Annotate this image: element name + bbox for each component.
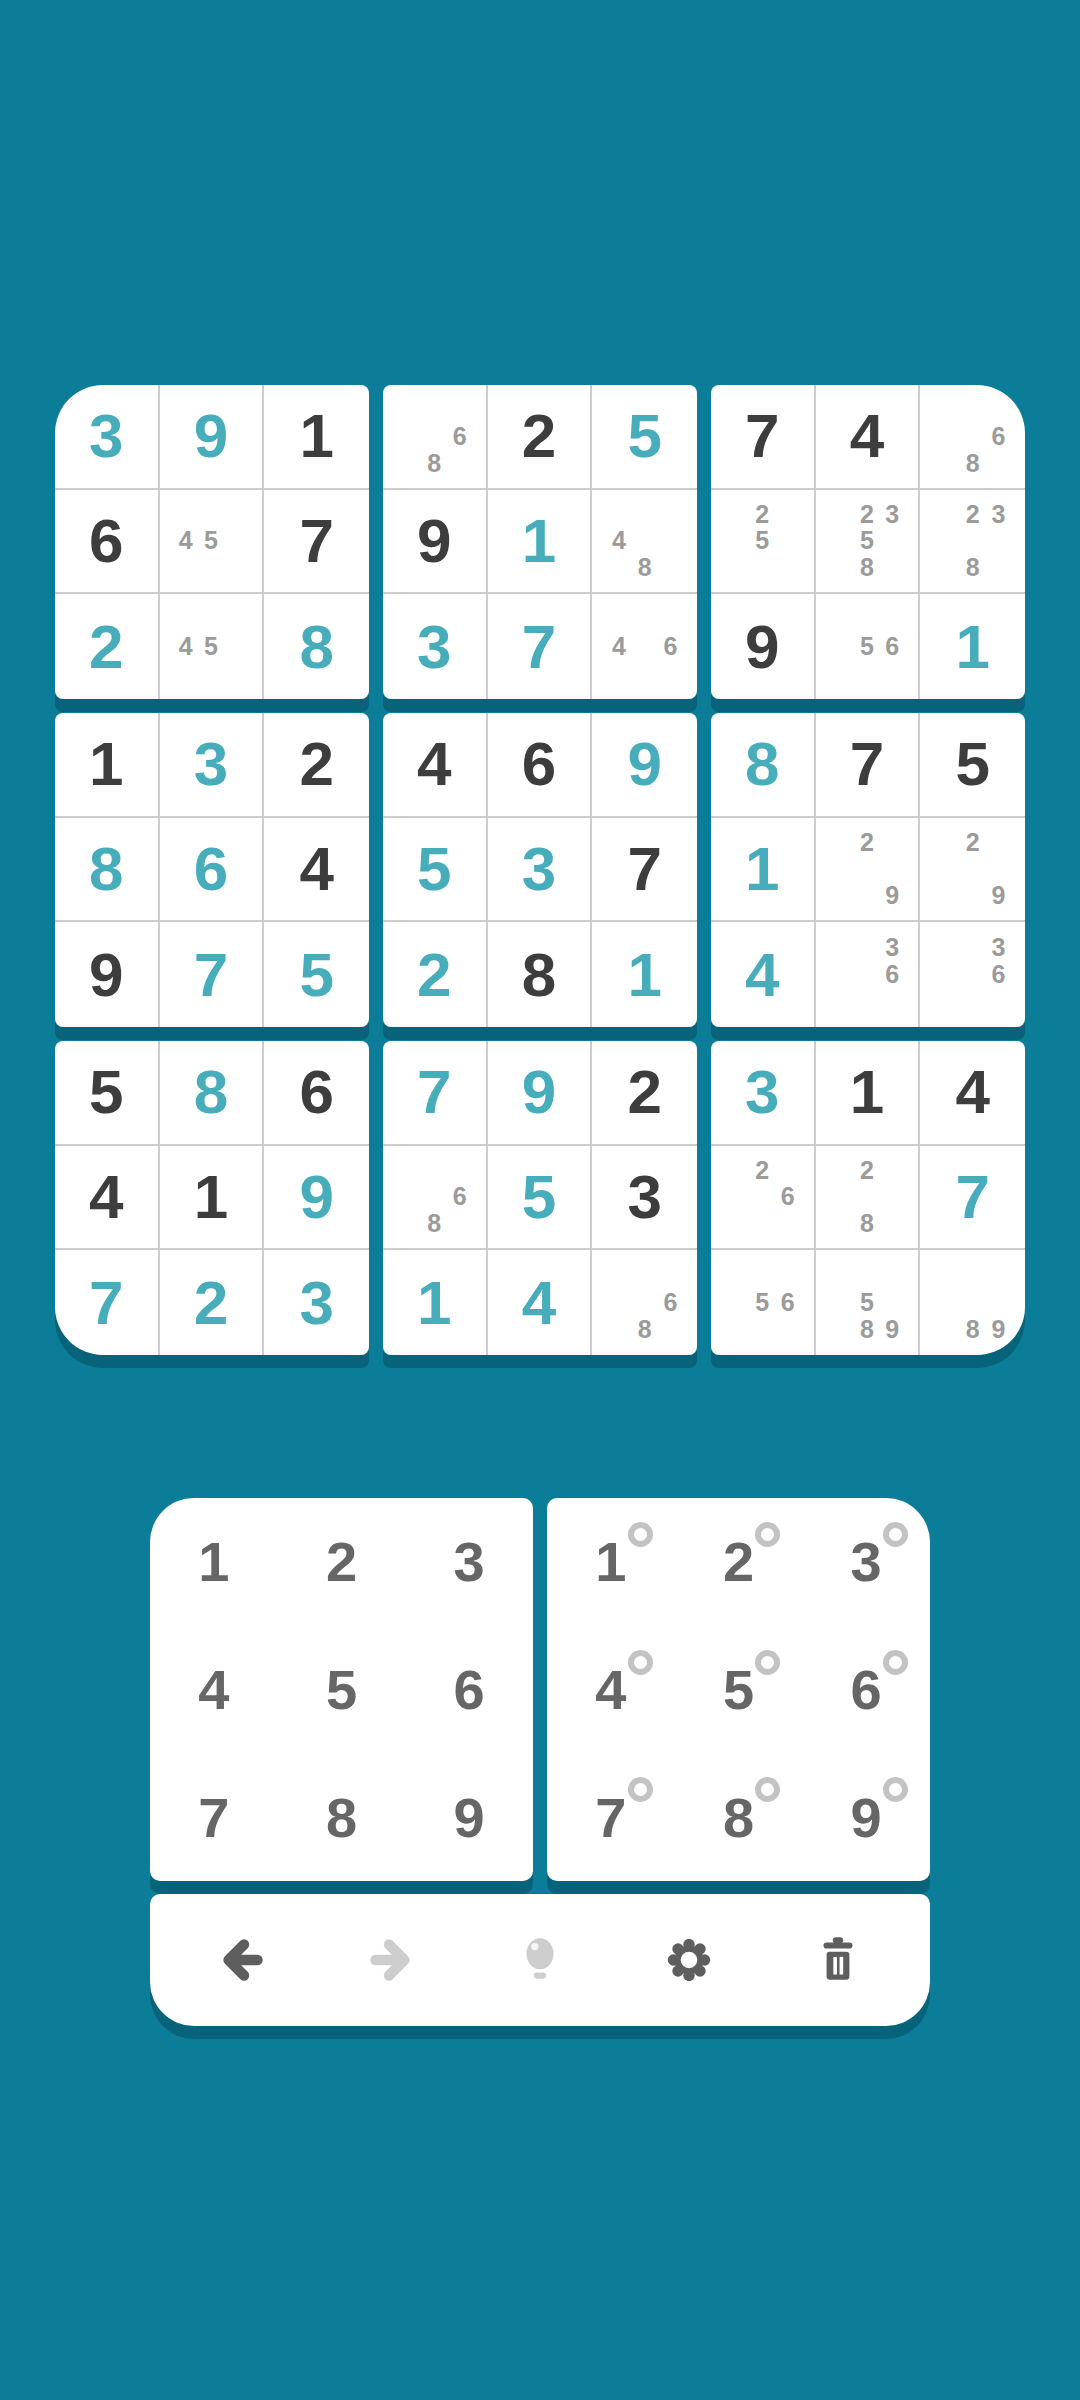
note-digit: 8 xyxy=(632,554,658,581)
note-ring-icon xyxy=(628,1650,653,1675)
cell-r6c9[interactable]: 36 xyxy=(920,922,1025,1027)
pencil-notes: 25 xyxy=(724,501,800,581)
pencil-notes: 56 xyxy=(724,1262,800,1344)
note-key-4[interactable]: 4 xyxy=(547,1626,675,1754)
note-key-digit: 8 xyxy=(723,1785,754,1850)
user-digit: 7 xyxy=(194,944,228,1006)
board-block: 469537281 xyxy=(383,713,697,1027)
given-digit: 2 xyxy=(627,1061,661,1123)
note-digit: 9 xyxy=(880,882,905,909)
cell-r8c9[interactable]: 7 xyxy=(920,1146,1025,1251)
cell-r3c1[interactable]: 2 xyxy=(55,594,160,699)
toolbar xyxy=(150,1894,930,2026)
given-digit: 3 xyxy=(627,1166,661,1228)
key-5[interactable]: 5 xyxy=(278,1626,406,1754)
given-digit: 7 xyxy=(299,510,333,572)
board-block: 586419723 xyxy=(55,1041,369,1355)
cell-r7c4[interactable]: 7 xyxy=(383,1041,488,1146)
note-digit: 8 xyxy=(960,554,986,581)
cell-r9c6[interactable]: 68 xyxy=(592,1250,697,1355)
user-digit: 4 xyxy=(522,1272,556,1334)
note-key-2[interactable]: 2 xyxy=(675,1498,803,1626)
cell-r4c3[interactable]: 2 xyxy=(264,713,369,818)
given-digit: 9 xyxy=(89,944,123,1006)
user-digit: 1 xyxy=(955,616,989,678)
note-key-digit: 5 xyxy=(723,1657,754,1722)
cell-r1c7[interactable]: 7 xyxy=(711,385,816,490)
cell-r8c7[interactable]: 26 xyxy=(711,1146,816,1251)
given-digit: 2 xyxy=(299,733,333,795)
cell-r4c2[interactable]: 3 xyxy=(160,713,265,818)
cell-r2c6[interactable]: 48 xyxy=(592,490,697,595)
given-digit: 4 xyxy=(955,1061,989,1123)
cell-r5c3[interactable]: 4 xyxy=(264,818,369,923)
user-digit: 7 xyxy=(417,1061,451,1123)
redo-button[interactable] xyxy=(362,1931,420,1989)
given-digit: 6 xyxy=(522,733,556,795)
note-digit: 8 xyxy=(854,1316,879,1343)
note-digit: 9 xyxy=(986,1316,1012,1343)
cell-r7c7[interactable]: 3 xyxy=(711,1041,816,1146)
cell-r2c8[interactable]: 2358 xyxy=(816,490,921,595)
board-block: 682591483746 xyxy=(383,385,697,699)
pencil-notes: 68 xyxy=(396,1157,472,1237)
key-2[interactable]: 2 xyxy=(278,1498,406,1626)
cell-r7c8[interactable]: 1 xyxy=(816,1041,921,1146)
cell-r7c6[interactable]: 2 xyxy=(592,1041,697,1146)
user-digit: 7 xyxy=(89,1272,123,1334)
note-key-digit: 2 xyxy=(723,1529,754,1594)
note-ring-icon xyxy=(755,1777,780,1802)
cell-r1c8[interactable]: 4 xyxy=(816,385,921,490)
note-key-5[interactable]: 5 xyxy=(675,1626,803,1754)
key-7[interactable]: 7 xyxy=(150,1753,278,1881)
delete-button[interactable] xyxy=(809,1931,867,1989)
note-digit: 4 xyxy=(606,528,632,555)
cell-r3c5[interactable]: 7 xyxy=(488,594,593,699)
note-digit: 8 xyxy=(632,1316,658,1343)
pencil-notes: 2358 xyxy=(829,501,905,581)
note-digit: 3 xyxy=(880,501,905,528)
user-digit: 1 xyxy=(745,838,779,900)
note-digit: 2 xyxy=(854,1157,879,1184)
pencil-notes: 589 xyxy=(829,1262,905,1344)
note-digit: 5 xyxy=(750,528,775,555)
cell-r8c1[interactable]: 4 xyxy=(55,1146,160,1251)
note-key-8[interactable]: 8 xyxy=(675,1753,803,1881)
cell-r4c6[interactable]: 9 xyxy=(592,713,697,818)
user-digit: 9 xyxy=(194,405,228,467)
note-ring-icon xyxy=(628,1777,653,1802)
note-digit: 6 xyxy=(447,1184,472,1211)
cell-r2c7[interactable]: 25 xyxy=(711,490,816,595)
cell-r4c4[interactable]: 4 xyxy=(383,713,488,818)
cell-r1c5[interactable]: 2 xyxy=(488,385,593,490)
cell-r7c5[interactable]: 9 xyxy=(488,1041,593,1146)
given-digit: 7 xyxy=(745,405,779,467)
undo-icon xyxy=(213,1931,271,1989)
cell-r8c5[interactable]: 5 xyxy=(488,1146,593,1251)
user-digit: 3 xyxy=(417,616,451,678)
given-digit: 5 xyxy=(89,1061,123,1123)
note-digit: 5 xyxy=(854,633,879,660)
settings-icon xyxy=(660,1931,718,1989)
cell-r6c4[interactable]: 2 xyxy=(383,922,488,1027)
cell-r9c4[interactable]: 1 xyxy=(383,1250,488,1355)
cell-r3c8[interactable]: 56 xyxy=(816,594,921,699)
user-digit: 9 xyxy=(522,1061,556,1123)
user-digit: 3 xyxy=(522,838,556,900)
cell-r7c9[interactable]: 4 xyxy=(920,1041,1025,1146)
cell-r3c9[interactable]: 1 xyxy=(920,594,1025,699)
board-block: 8751292943636 xyxy=(711,713,1025,1027)
cell-r3c3[interactable]: 8 xyxy=(264,594,369,699)
note-digit: 3 xyxy=(986,501,1012,528)
note-digit: 4 xyxy=(606,633,632,660)
given-digit: 7 xyxy=(850,733,884,795)
note-digit: 5 xyxy=(854,528,879,555)
redo-icon xyxy=(362,1931,420,1989)
given-digit: 4 xyxy=(299,838,333,900)
pencil-notes: 36 xyxy=(934,934,1011,1016)
note-digit: 5 xyxy=(854,1289,879,1316)
note-digit: 5 xyxy=(198,633,223,660)
note-digit: 5 xyxy=(750,1289,775,1316)
cell-r9c5[interactable]: 4 xyxy=(488,1250,593,1355)
cell-r1c3[interactable]: 1 xyxy=(264,385,369,490)
note-ring-icon xyxy=(883,1777,908,1802)
keypad-notes: 123456789 xyxy=(547,1498,930,1881)
cell-r3c6[interactable]: 46 xyxy=(592,594,697,699)
pencil-notes: 68 xyxy=(396,396,472,476)
cell-r4c5[interactable]: 6 xyxy=(488,713,593,818)
cell-r6c8[interactable]: 36 xyxy=(816,922,921,1027)
given-digit: 1 xyxy=(299,405,333,467)
note-digit: 2 xyxy=(750,501,775,528)
cell-r6c5[interactable]: 8 xyxy=(488,922,593,1027)
cell-r5c9[interactable]: 29 xyxy=(920,818,1025,923)
user-digit: 7 xyxy=(522,616,556,678)
note-digit: 8 xyxy=(960,1316,986,1343)
note-key-digit: 7 xyxy=(595,1785,626,1850)
key-8[interactable]: 8 xyxy=(278,1753,406,1881)
user-digit: 9 xyxy=(627,733,661,795)
cell-r7c1[interactable]: 5 xyxy=(55,1041,160,1146)
pencil-notes: 29 xyxy=(934,829,1011,909)
given-digit: 1 xyxy=(850,1061,884,1123)
cell-r2c1[interactable]: 6 xyxy=(55,490,160,595)
note-digit: 2 xyxy=(960,829,986,856)
note-digit: 8 xyxy=(854,554,879,581)
cell-r2c5[interactable]: 1 xyxy=(488,490,593,595)
note-ring-icon xyxy=(628,1522,653,1547)
cell-r8c6[interactable]: 3 xyxy=(592,1146,697,1251)
user-digit: 8 xyxy=(745,733,779,795)
key-3[interactable]: 3 xyxy=(405,1498,533,1626)
note-digit: 6 xyxy=(986,961,1012,988)
user-digit: 3 xyxy=(89,405,123,467)
given-digit: 9 xyxy=(745,616,779,678)
note-digit: 6 xyxy=(775,1184,800,1211)
note-digit: 2 xyxy=(750,1157,775,1184)
note-digit: 6 xyxy=(658,1289,684,1316)
given-digit: 4 xyxy=(89,1166,123,1228)
user-digit: 1 xyxy=(417,1272,451,1334)
cell-r4c1[interactable]: 1 xyxy=(55,713,160,818)
user-digit: 8 xyxy=(89,838,123,900)
cell-r8c8[interactable]: 28 xyxy=(816,1146,921,1251)
user-digit: 3 xyxy=(299,1272,333,1334)
key-6[interactable]: 6 xyxy=(405,1626,533,1754)
note-digit: 9 xyxy=(986,882,1012,909)
note-digit: 2 xyxy=(854,829,879,856)
cell-r1c2[interactable]: 9 xyxy=(160,385,265,490)
hint-icon xyxy=(511,1931,569,1989)
given-digit: 2 xyxy=(522,405,556,467)
note-key-digit: 9 xyxy=(851,1785,882,1850)
given-digit: 8 xyxy=(522,944,556,1006)
cell-r9c3[interactable]: 3 xyxy=(264,1250,369,1355)
given-digit: 1 xyxy=(194,1166,228,1228)
note-key-7[interactable]: 7 xyxy=(547,1753,675,1881)
cell-r2c4[interactable]: 9 xyxy=(383,490,488,595)
cell-r5c1[interactable]: 8 xyxy=(55,818,160,923)
cell-r9c9[interactable]: 89 xyxy=(920,1250,1025,1355)
given-digit: 7 xyxy=(627,838,661,900)
pencil-notes: 68 xyxy=(606,1262,683,1344)
cell-r4c8[interactable]: 7 xyxy=(816,713,921,818)
pencil-notes: 68 xyxy=(934,396,1011,476)
cell-r4c9[interactable]: 5 xyxy=(920,713,1025,818)
board-block: 79268531468 xyxy=(383,1041,697,1355)
cell-r5c6[interactable]: 7 xyxy=(592,818,697,923)
pencil-notes: 36 xyxy=(829,934,905,1016)
cell-r3c2[interactable]: 45 xyxy=(160,594,265,699)
settings-button[interactable] xyxy=(660,1931,718,1989)
cell-r7c2[interactable]: 8 xyxy=(160,1041,265,1146)
note-digit: 6 xyxy=(658,633,684,660)
pencil-notes: 48 xyxy=(606,501,683,581)
delete-icon xyxy=(809,1931,867,1989)
pencil-notes: 89 xyxy=(934,1262,1011,1344)
cell-r6c6[interactable]: 1 xyxy=(592,922,697,1027)
board-block: 39164572458 xyxy=(55,385,369,699)
cell-r2c2[interactable]: 45 xyxy=(160,490,265,595)
cell-r6c1[interactable]: 9 xyxy=(55,922,160,1027)
user-digit: 3 xyxy=(194,733,228,795)
sudoku-board: 3916457245868259148374674682523582389561… xyxy=(55,385,1025,1355)
note-digit: 6 xyxy=(775,1289,800,1316)
pencil-notes: 56 xyxy=(829,606,905,688)
cell-r1c4[interactable]: 68 xyxy=(383,385,488,490)
user-digit: 7 xyxy=(955,1166,989,1228)
pencil-notes: 238 xyxy=(934,501,1011,581)
cell-r5c2[interactable]: 6 xyxy=(160,818,265,923)
cell-r2c3[interactable]: 7 xyxy=(264,490,369,595)
note-ring-icon xyxy=(883,1522,908,1547)
note-digit: 6 xyxy=(447,423,472,450)
note-digit: 5 xyxy=(198,528,223,555)
given-digit: 1 xyxy=(89,733,123,795)
note-digit: 4 xyxy=(173,633,198,660)
cell-r5c8[interactable]: 29 xyxy=(816,818,921,923)
given-digit: 9 xyxy=(417,510,451,572)
user-digit: 9 xyxy=(299,1166,333,1228)
cell-r3c4[interactable]: 3 xyxy=(383,594,488,699)
note-digit: 3 xyxy=(986,934,1012,961)
note-digit: 3 xyxy=(880,934,905,961)
pencil-notes: 29 xyxy=(829,829,905,909)
note-digit: 6 xyxy=(880,633,905,660)
pencil-notes: 45 xyxy=(173,501,249,581)
note-digit: 6 xyxy=(986,423,1012,450)
note-key-digit: 1 xyxy=(595,1529,626,1594)
note-digit: 2 xyxy=(854,501,879,528)
pencil-notes: 46 xyxy=(606,606,683,688)
cell-r8c2[interactable]: 1 xyxy=(160,1146,265,1251)
user-digit: 2 xyxy=(89,616,123,678)
cell-r6c7[interactable]: 4 xyxy=(711,922,816,1027)
key-4[interactable]: 4 xyxy=(150,1626,278,1754)
pencil-notes: 45 xyxy=(173,606,249,688)
note-digit: 9 xyxy=(880,1316,905,1343)
note-key-digit: 4 xyxy=(595,1657,626,1722)
note-digit: 8 xyxy=(422,1210,447,1237)
note-key-9[interactable]: 9 xyxy=(802,1753,930,1881)
key-1[interactable]: 1 xyxy=(150,1498,278,1626)
note-digit: 8 xyxy=(960,450,986,477)
user-digit: 6 xyxy=(194,838,228,900)
cell-r5c7[interactable]: 1 xyxy=(711,818,816,923)
board-block: 74682523582389561 xyxy=(711,385,1025,699)
user-digit: 5 xyxy=(299,944,333,1006)
cell-r9c1[interactable]: 7 xyxy=(55,1250,160,1355)
note-ring-icon xyxy=(883,1650,908,1675)
cell-r6c2[interactable]: 7 xyxy=(160,922,265,1027)
given-digit: 6 xyxy=(299,1061,333,1123)
note-key-digit: 3 xyxy=(851,1529,882,1594)
cell-r5c5[interactable]: 3 xyxy=(488,818,593,923)
user-digit: 8 xyxy=(299,616,333,678)
given-digit: 4 xyxy=(850,405,884,467)
cell-r4c7[interactable]: 8 xyxy=(711,713,816,818)
note-digit: 8 xyxy=(422,450,447,477)
note-key-1[interactable]: 1 xyxy=(547,1498,675,1626)
pencil-notes: 28 xyxy=(829,1157,905,1237)
note-digit: 2 xyxy=(960,501,986,528)
note-key-6[interactable]: 6 xyxy=(802,1626,930,1754)
cell-r9c8[interactable]: 589 xyxy=(816,1250,921,1355)
cell-r9c7[interactable]: 56 xyxy=(711,1250,816,1355)
user-digit: 5 xyxy=(417,838,451,900)
user-digit: 5 xyxy=(627,405,661,467)
cell-r3c7[interactable]: 9 xyxy=(711,594,816,699)
user-digit: 3 xyxy=(745,1061,779,1123)
cell-r8c4[interactable]: 68 xyxy=(383,1146,488,1251)
note-ring-icon xyxy=(755,1650,780,1675)
key-9[interactable]: 9 xyxy=(405,1753,533,1881)
note-key-digit: 6 xyxy=(851,1657,882,1722)
cell-r1c6[interactable]: 5 xyxy=(592,385,697,490)
note-digit: 8 xyxy=(854,1210,879,1237)
cell-r6c3[interactable]: 5 xyxy=(264,922,369,1027)
given-digit: 4 xyxy=(417,733,451,795)
cell-r2c9[interactable]: 238 xyxy=(920,490,1025,595)
undo-button[interactable] xyxy=(213,1931,271,1989)
given-digit: 5 xyxy=(955,733,989,795)
cell-r7c3[interactable]: 6 xyxy=(264,1041,369,1146)
note-ring-icon xyxy=(755,1522,780,1547)
note-digit: 4 xyxy=(173,528,198,555)
user-digit: 4 xyxy=(745,944,779,1006)
given-digit: 6 xyxy=(89,510,123,572)
user-digit: 1 xyxy=(522,510,556,572)
keypad-normal: 123456789 xyxy=(150,1498,533,1881)
user-digit: 2 xyxy=(194,1272,228,1334)
cell-r1c1[interactable]: 3 xyxy=(55,385,160,490)
note-digit: 6 xyxy=(880,961,905,988)
user-digit: 8 xyxy=(194,1061,228,1123)
cell-r8c3[interactable]: 9 xyxy=(264,1146,369,1251)
cell-r1c9[interactable]: 68 xyxy=(920,385,1025,490)
note-key-3[interactable]: 3 xyxy=(802,1498,930,1626)
cell-r5c4[interactable]: 5 xyxy=(383,818,488,923)
board-block: 314262875658989 xyxy=(711,1041,1025,1355)
user-digit: 1 xyxy=(627,944,661,1006)
hint-button[interactable] xyxy=(511,1931,569,1989)
pencil-notes: 26 xyxy=(724,1157,800,1237)
user-digit: 5 xyxy=(522,1166,556,1228)
cell-r9c2[interactable]: 2 xyxy=(160,1250,265,1355)
user-digit: 2 xyxy=(417,944,451,1006)
board-block: 132864975 xyxy=(55,713,369,1027)
